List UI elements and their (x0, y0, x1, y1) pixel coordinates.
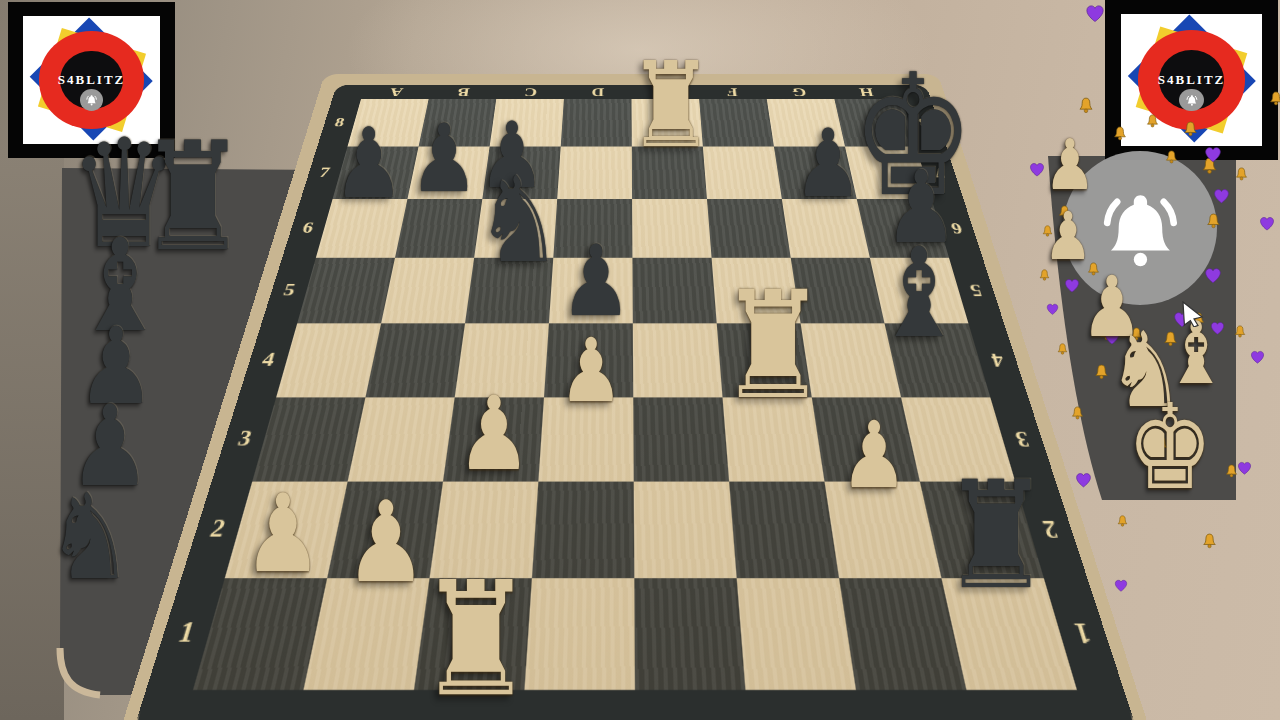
square-b3[interactable] (348, 397, 455, 481)
piece-white-rook-e8[interactable]: ♜ (628, 46, 715, 164)
file-label-a: A (388, 85, 404, 99)
square-d1[interactable] (524, 578, 634, 690)
square-f1[interactable] (737, 578, 856, 690)
file-label-f: F (726, 85, 738, 99)
captured-white-king: ♚ (1127, 388, 1214, 506)
rank-label-left-3: 3 (235, 425, 255, 451)
piece-white-pawn-a2[interactable]: ♟ (243, 480, 322, 588)
square-e3[interactable] (633, 397, 729, 481)
captured-white-pawn: ♟ (1044, 130, 1095, 200)
piece-black-pawn-a7[interactable]: ♟ (333, 115, 404, 212)
square-a5[interactable] (297, 258, 395, 324)
logo-card: S4BLITZ (1121, 14, 1263, 145)
rank-label-left-6: 6 (300, 219, 316, 237)
rank-label-left-2: 2 (207, 513, 229, 543)
square-d7[interactable] (557, 147, 632, 200)
rank-label-left-4: 4 (259, 348, 277, 371)
piece-white-rook-c1[interactable]: ♜ (418, 560, 534, 718)
piece-black-rook-h2[interactable]: ♜ (942, 462, 1051, 610)
rank-label-left-7: 7 (317, 164, 331, 180)
logo-watermark-text: S4BLITZ (1121, 72, 1263, 88)
piece-white-pawn-g3[interactable]: ♟ (840, 410, 908, 502)
file-label-c: C (524, 85, 538, 99)
piece-white-rook-f4[interactable]: ♜ (719, 272, 828, 420)
piece-white-pawn-c3[interactable]: ♟ (457, 383, 532, 485)
square-a4[interactable] (276, 323, 381, 397)
square-e2[interactable] (634, 482, 737, 579)
rank-label-right-1: 1 (1070, 615, 1095, 650)
piece-black-knight-c6[interactable]: ♞ (476, 161, 563, 279)
square-e6[interactable] (632, 199, 711, 258)
square-f2[interactable] (729, 482, 839, 579)
piece-white-pawn-b2[interactable]: ♟ (345, 486, 427, 598)
mouse-cursor (1182, 301, 1204, 327)
square-d2[interactable] (532, 482, 634, 579)
channel-logo-right: S4BLITZ (1105, 0, 1278, 160)
rank-label-left-1: 1 (175, 615, 199, 650)
square-b4[interactable] (365, 323, 465, 397)
square-f7[interactable] (703, 147, 782, 200)
table-left-shade (0, 150, 64, 720)
piece-black-pawn-d5[interactable]: ♟ (560, 232, 632, 330)
rank-label-right-4: 4 (988, 348, 1007, 371)
piece-black-pawn-b7[interactable]: ♟ (409, 112, 478, 206)
rank-label-right-3: 3 (1012, 425, 1032, 451)
square-e5[interactable] (632, 258, 716, 324)
rank-label-left-5: 5 (281, 279, 298, 299)
file-label-b: B (457, 85, 471, 99)
square-e1[interactable] (634, 578, 745, 690)
square-a3[interactable] (252, 397, 365, 481)
piece-white-pawn-d4[interactable]: ♟ (559, 327, 624, 415)
file-label-d: D (591, 85, 604, 99)
rank-label-right-5: 5 (967, 279, 984, 299)
piece-black-bishop-h5[interactable]: ♝ (873, 231, 964, 355)
logo-bell-icon (1179, 89, 1203, 111)
captured-black-knight: ♞ (47, 478, 134, 596)
file-label-g: G (791, 85, 807, 99)
square-b5[interactable] (381, 258, 474, 324)
chess-app-screen: ABCDEFGH8877665544332211 ♜♜♜♟♟♟♟♟♟♟♟♟♟♟♞… (0, 0, 1280, 720)
square-f6[interactable] (707, 199, 791, 258)
square-e4[interactable] (633, 323, 723, 397)
logo-watermark-text: S4BLITZ (23, 72, 160, 88)
square-d8[interactable] (561, 99, 632, 147)
